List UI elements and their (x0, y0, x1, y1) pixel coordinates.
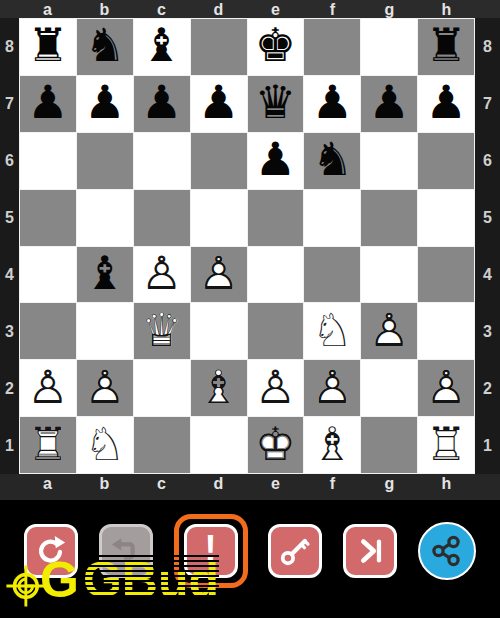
file-labels-top: abcdefgh (19, 0, 475, 18)
square-g4[interactable] (361, 247, 417, 303)
square-d6[interactable] (191, 133, 247, 189)
file-label-g: g (361, 0, 418, 18)
piece-white-pawn[interactable]: ♟♙ (248, 360, 304, 416)
piece-glyph: ♟ (20, 76, 76, 132)
square-b5[interactable] (77, 190, 133, 246)
piece-outline: ♘ (304, 303, 360, 359)
piece-black-pawn[interactable]: ♟ (418, 76, 474, 132)
piece-glyph: ♟ (418, 76, 474, 132)
piece-glyph: ♟ (304, 76, 360, 132)
square-g5[interactable] (361, 190, 417, 246)
piece-black-knight[interactable]: ♞ (304, 133, 360, 189)
rank-label-6: 6 (475, 132, 500, 189)
piece-outline: ♙ (304, 360, 360, 416)
file-label-e: e (247, 474, 304, 500)
square-e2[interactable]: ♟♙ (248, 360, 304, 416)
square-e4[interactable] (248, 247, 304, 303)
chess-app: abcdefgh abcdefgh 87654321 87654321 ♜♞♝♚… (0, 0, 500, 618)
piece-outline: ♖ (20, 417, 76, 473)
piece-outline: ♙ (77, 360, 133, 416)
square-c8[interactable]: ♝ (134, 19, 190, 75)
piece-white-rook[interactable]: ♜♖ (20, 417, 76, 473)
key-icon (278, 534, 312, 568)
piece-white-knight[interactable]: ♞♘ (304, 303, 360, 359)
square-f2[interactable]: ♟♙ (304, 360, 360, 416)
square-g7[interactable]: ♟ (361, 76, 417, 132)
refresh-icon (34, 534, 68, 568)
rank-label-4: 4 (475, 246, 500, 303)
square-a1[interactable]: ♜♖ (20, 417, 76, 473)
rank-label-7: 7 (475, 75, 500, 132)
piece-white-queen[interactable]: ♛♕ (134, 303, 190, 359)
piece-white-king[interactable]: ♚♔ (248, 417, 304, 473)
rank-label-5: 5 (475, 189, 500, 246)
file-label-d: d (190, 474, 247, 500)
square-f1[interactable]: ♝♗ (304, 417, 360, 473)
piece-black-pawn[interactable]: ♟ (134, 76, 190, 132)
file-label-b: b (76, 0, 133, 18)
square-c2[interactable] (134, 360, 190, 416)
piece-black-bishop[interactable]: ♝ (77, 247, 133, 303)
piece-white-pawn[interactable]: ♟♙ (134, 247, 190, 303)
piece-white-knight[interactable]: ♞♘ (77, 417, 133, 473)
square-f8[interactable] (304, 19, 360, 75)
square-d5[interactable] (191, 190, 247, 246)
square-c1[interactable] (134, 417, 190, 473)
share-icon (429, 533, 465, 569)
piece-white-pawn[interactable]: ♟♙ (361, 303, 417, 359)
file-labels-bottom: abcdefgh (19, 474, 475, 500)
file-label-b: b (76, 474, 133, 500)
piece-black-knight[interactable]: ♞ (77, 19, 133, 75)
restart-button[interactable] (24, 524, 78, 578)
share-button[interactable] (418, 522, 476, 580)
rank-label-2: 2 (0, 360, 19, 417)
toolbar: ! (0, 500, 500, 618)
square-d2[interactable]: ♝♗ (191, 360, 247, 416)
piece-black-pawn[interactable]: ♟ (191, 76, 247, 132)
piece-glyph: ♛ (248, 76, 304, 132)
piece-outline: ♘ (77, 417, 133, 473)
square-b2[interactable]: ♟♙ (77, 360, 133, 416)
square-f6[interactable]: ♞ (304, 133, 360, 189)
rank-label-5: 5 (0, 189, 19, 246)
square-d8[interactable] (191, 19, 247, 75)
square-f7[interactable]: ♟ (304, 76, 360, 132)
board-area: abcdefgh abcdefgh 87654321 87654321 ♜♞♝♚… (0, 0, 500, 500)
rank-label-7: 7 (0, 75, 19, 132)
rank-label-3: 3 (475, 303, 500, 360)
square-b7[interactable]: ♟ (77, 76, 133, 132)
square-e8[interactable]: ♚ (248, 19, 304, 75)
rank-label-4: 4 (0, 246, 19, 303)
file-label-d: d (190, 0, 247, 18)
piece-black-pawn[interactable]: ♟ (77, 76, 133, 132)
piece-black-pawn[interactable]: ♟ (20, 76, 76, 132)
square-h6[interactable] (418, 133, 474, 189)
square-a7[interactable]: ♟ (20, 76, 76, 132)
square-b8[interactable]: ♞ (77, 19, 133, 75)
rank-label-3: 3 (0, 303, 19, 360)
square-d7[interactable]: ♟ (191, 76, 247, 132)
piece-glyph: ♜ (20, 19, 76, 75)
exclamation-icon: ! (205, 528, 217, 570)
square-f4[interactable] (304, 247, 360, 303)
piece-black-queen[interactable]: ♛ (248, 76, 304, 132)
square-b4[interactable]: ♝ (77, 247, 133, 303)
file-label-c: c (133, 474, 190, 500)
piece-glyph: ♟ (191, 76, 247, 132)
undo-arrow-icon (109, 534, 143, 568)
piece-glyph: ♞ (304, 133, 360, 189)
piece-glyph: ♝ (77, 247, 133, 303)
square-f3[interactable]: ♞♘ (304, 303, 360, 359)
file-label-a: a (19, 474, 76, 500)
rank-labels-right: 87654321 (475, 18, 500, 474)
square-g8[interactable] (361, 19, 417, 75)
file-label-e: e (247, 0, 304, 18)
square-a4[interactable] (20, 247, 76, 303)
piece-white-pawn[interactable]: ♟♙ (77, 360, 133, 416)
square-e5[interactable] (248, 190, 304, 246)
piece-glyph: ♞ (77, 19, 133, 75)
piece-outline: ♗ (191, 360, 247, 416)
square-f5[interactable] (304, 190, 360, 246)
piece-glyph: ♟ (77, 76, 133, 132)
square-h7[interactable]: ♟ (418, 76, 474, 132)
piece-glyph: ♟ (134, 76, 190, 132)
square-h1[interactable]: ♜♖ (418, 417, 474, 473)
piece-black-king[interactable]: ♚ (248, 19, 304, 75)
square-c5[interactable] (134, 190, 190, 246)
square-a6[interactable] (20, 133, 76, 189)
chess-board[interactable]: ♜♞♝♚♜♟♟♟♟♛♟♟♟♟♞♝♟♙♟♙♛♕♞♘♟♙♟♙♟♙♝♗♟♙♟♙♟♙♜♖… (19, 18, 475, 474)
square-b6[interactable] (77, 133, 133, 189)
rank-labels-left: 87654321 (0, 18, 19, 474)
undo-button (99, 524, 153, 578)
square-h2[interactable]: ♟♙ (418, 360, 474, 416)
square-b3[interactable] (77, 303, 133, 359)
piece-white-bishop[interactable]: ♝♗ (304, 417, 360, 473)
key-button[interactable] (268, 524, 322, 578)
square-d4[interactable]: ♟♙ (191, 247, 247, 303)
piece-outline: ♙ (20, 360, 76, 416)
square-a3[interactable] (20, 303, 76, 359)
square-e6[interactable]: ♟ (248, 133, 304, 189)
square-e7[interactable]: ♛ (248, 76, 304, 132)
square-b1[interactable]: ♞♘ (77, 417, 133, 473)
square-h4[interactable] (418, 247, 474, 303)
piece-outline: ♕ (134, 303, 190, 359)
skip-to-end-button[interactable] (343, 524, 397, 578)
piece-outline: ♔ (248, 417, 304, 473)
piece-outline: ♙ (248, 360, 304, 416)
piece-white-rook[interactable]: ♜♖ (418, 417, 474, 473)
file-label-h: h (418, 474, 475, 500)
square-g1[interactable] (361, 417, 417, 473)
piece-outline: ♖ (418, 417, 474, 473)
square-a2[interactable]: ♟♙ (20, 360, 76, 416)
piece-outline: ♙ (361, 303, 417, 359)
rank-label-8: 8 (0, 18, 19, 75)
square-g6[interactable] (361, 133, 417, 189)
hint-highlight-ring: ! (174, 514, 248, 588)
piece-black-pawn[interactable]: ♟ (248, 133, 304, 189)
square-a5[interactable] (20, 190, 76, 246)
skip-to-end-icon (353, 534, 387, 568)
file-label-f: f (304, 474, 361, 500)
piece-outline: ♙ (418, 360, 474, 416)
rank-label-1: 1 (0, 417, 19, 474)
piece-glyph: ♝ (134, 19, 190, 75)
square-c4[interactable]: ♟♙ (134, 247, 190, 303)
square-d1[interactable] (191, 417, 247, 473)
piece-white-pawn[interactable]: ♟♙ (418, 360, 474, 416)
piece-glyph: ♟ (361, 76, 417, 132)
square-c3[interactable]: ♛♕ (134, 303, 190, 359)
file-label-g: g (361, 474, 418, 500)
piece-white-pawn[interactable]: ♟♙ (191, 247, 247, 303)
piece-outline: ♙ (191, 247, 247, 303)
piece-glyph: ♜ (418, 19, 474, 75)
piece-outline: ♗ (304, 417, 360, 473)
piece-glyph: ♟ (248, 133, 304, 189)
piece-white-pawn[interactable]: ♟♙ (20, 360, 76, 416)
rank-label-6: 6 (0, 132, 19, 189)
square-e1[interactable]: ♚♔ (248, 417, 304, 473)
square-c6[interactable] (134, 133, 190, 189)
square-e3[interactable] (248, 303, 304, 359)
rank-label-2: 2 (475, 360, 500, 417)
piece-white-bishop[interactable]: ♝♗ (191, 360, 247, 416)
piece-white-pawn[interactable]: ♟♙ (304, 360, 360, 416)
file-label-a: a (19, 0, 76, 18)
square-c7[interactable]: ♟ (134, 76, 190, 132)
piece-black-rook[interactable]: ♜ (20, 19, 76, 75)
piece-black-bishop[interactable]: ♝ (134, 19, 190, 75)
hint-button[interactable]: ! (184, 524, 238, 578)
file-label-c: c (133, 0, 190, 18)
square-a8[interactable]: ♜ (20, 19, 76, 75)
square-h3[interactable] (418, 303, 474, 359)
square-g3[interactable]: ♟♙ (361, 303, 417, 359)
rank-label-1: 1 (475, 417, 500, 474)
piece-outline: ♙ (134, 247, 190, 303)
piece-black-pawn[interactable]: ♟ (361, 76, 417, 132)
piece-black-pawn[interactable]: ♟ (304, 76, 360, 132)
file-label-h: h (418, 0, 475, 18)
rank-label-8: 8 (475, 18, 500, 75)
square-h5[interactable] (418, 190, 474, 246)
piece-glyph: ♚ (248, 19, 304, 75)
file-label-f: f (304, 0, 361, 18)
square-d3[interactable] (191, 303, 247, 359)
square-g2[interactable] (361, 360, 417, 416)
square-h8[interactable]: ♜ (418, 19, 474, 75)
piece-black-rook[interactable]: ♜ (418, 19, 474, 75)
